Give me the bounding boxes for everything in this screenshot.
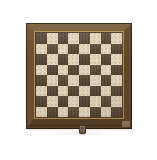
square-a2 <box>36 96 47 107</box>
square-a8 <box>36 33 47 44</box>
square-h6 <box>111 54 122 65</box>
square-b2 <box>47 96 58 107</box>
photo-background <box>0 0 157 160</box>
square-h2 <box>111 96 122 107</box>
square-g2 <box>101 96 112 107</box>
square-g3 <box>101 86 112 97</box>
chess-board <box>27 24 131 128</box>
square-e5 <box>79 65 90 76</box>
square-f3 <box>90 86 101 97</box>
square-e8 <box>79 33 90 44</box>
square-f2 <box>90 96 101 107</box>
square-e6 <box>79 54 90 65</box>
square-e4 <box>79 75 90 86</box>
square-d5 <box>68 65 79 76</box>
square-g1 <box>101 107 112 118</box>
square-f4 <box>90 75 101 86</box>
square-c4 <box>58 75 69 86</box>
square-g6 <box>101 54 112 65</box>
square-h4 <box>111 75 122 86</box>
square-e2 <box>79 96 90 107</box>
brand-stamp <box>122 121 130 127</box>
square-a1 <box>36 107 47 118</box>
square-a3 <box>36 86 47 97</box>
clasp-latch-icon <box>79 125 86 134</box>
square-e3 <box>79 86 90 97</box>
square-b5 <box>47 65 58 76</box>
square-f5 <box>90 65 101 76</box>
square-b6 <box>47 54 58 65</box>
square-d7 <box>68 44 79 55</box>
square-f6 <box>90 54 101 65</box>
square-d4 <box>68 75 79 86</box>
square-g5 <box>101 65 112 76</box>
board-inner-edge <box>35 32 123 118</box>
square-e7 <box>79 44 90 55</box>
square-f7 <box>90 44 101 55</box>
square-c6 <box>58 54 69 65</box>
square-a5 <box>36 65 47 76</box>
square-d3 <box>68 86 79 97</box>
square-b4 <box>47 75 58 86</box>
square-g7 <box>101 44 112 55</box>
square-h7 <box>111 44 122 55</box>
square-d2 <box>68 96 79 107</box>
square-a6 <box>36 54 47 65</box>
square-h5 <box>111 65 122 76</box>
gold-inlay-border <box>34 31 124 119</box>
square-f1 <box>90 107 101 118</box>
clasp-notch <box>81 127 84 129</box>
square-h8 <box>111 33 122 44</box>
square-h1 <box>111 107 122 118</box>
square-b3 <box>47 86 58 97</box>
square-c7 <box>58 44 69 55</box>
square-f8 <box>90 33 101 44</box>
board-squares <box>36 33 122 117</box>
square-b7 <box>47 44 58 55</box>
square-c8 <box>58 33 69 44</box>
square-c5 <box>58 65 69 76</box>
square-h3 <box>111 86 122 97</box>
square-g8 <box>101 33 112 44</box>
square-a7 <box>36 44 47 55</box>
square-c1 <box>58 107 69 118</box>
square-d8 <box>68 33 79 44</box>
square-a4 <box>36 75 47 86</box>
square-b1 <box>47 107 58 118</box>
square-e1 <box>79 107 90 118</box>
square-d1 <box>68 107 79 118</box>
square-c3 <box>58 86 69 97</box>
square-b8 <box>47 33 58 44</box>
square-d6 <box>68 54 79 65</box>
square-g4 <box>101 75 112 86</box>
square-c2 <box>58 96 69 107</box>
